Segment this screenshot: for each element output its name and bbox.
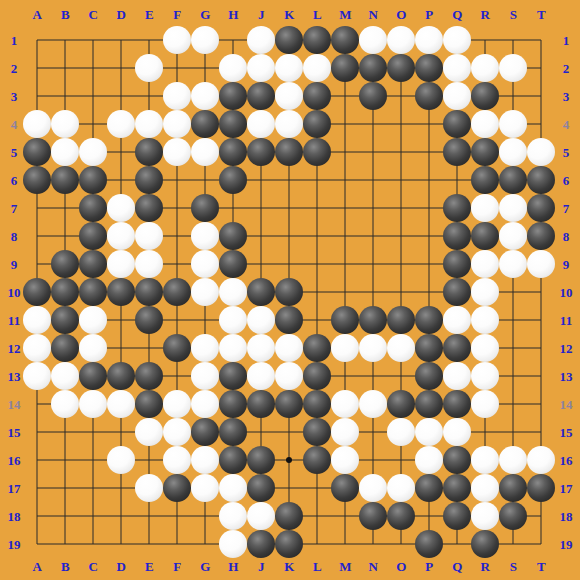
column-label-O-bottom: O — [396, 560, 406, 573]
star-point-K16 — [286, 457, 292, 463]
column-label-B-top: B — [61, 8, 70, 21]
row-label-2-right: 2 — [563, 62, 570, 75]
column-label-H-bottom: H — [228, 560, 238, 573]
row-label-8-right: 8 — [563, 230, 570, 243]
column-label-G-bottom: G — [200, 560, 210, 573]
row-label-3-left: 3 — [11, 90, 18, 103]
column-label-F-top: F — [173, 8, 181, 21]
column-label-J-top: J — [258, 8, 265, 21]
row-label-15-left: 15 — [8, 426, 21, 439]
row-label-17-right: 17 — [560, 482, 573, 495]
row-label-6-left: 6 — [11, 174, 18, 187]
row-label-12-right: 12 — [560, 342, 573, 355]
row-label-14-left: 14 — [8, 398, 21, 411]
column-label-A-top: A — [33, 8, 42, 21]
row-label-9-left: 9 — [11, 258, 18, 271]
row-label-17-left: 17 — [8, 482, 21, 495]
column-label-Q-top: Q — [452, 8, 462, 21]
column-label-T-top: T — [537, 8, 546, 21]
row-label-10-right: 10 — [560, 286, 573, 299]
column-label-K-bottom: K — [284, 560, 294, 573]
column-label-B-bottom: B — [61, 560, 70, 573]
column-label-T-bottom: T — [537, 560, 546, 573]
column-label-A-bottom: A — [33, 560, 42, 573]
row-label-10-left: 10 — [8, 286, 21, 299]
column-label-R-top: R — [481, 8, 490, 21]
column-label-C-bottom: C — [89, 560, 98, 573]
row-label-14-right: 14 — [560, 398, 573, 411]
row-label-19-left: 19 — [8, 538, 21, 551]
column-label-E-bottom: E — [145, 560, 154, 573]
row-label-3-right: 3 — [563, 90, 570, 103]
row-label-18-left: 18 — [8, 510, 21, 523]
column-label-M-bottom: M — [339, 560, 351, 573]
row-label-11-right: 11 — [560, 314, 572, 327]
column-label-R-bottom: R — [481, 560, 490, 573]
row-label-5-left: 5 — [11, 146, 18, 159]
column-label-E-top: E — [145, 8, 154, 21]
column-label-N-bottom: N — [369, 560, 378, 573]
column-label-F-bottom: F — [173, 560, 181, 573]
row-label-8-left: 8 — [11, 230, 18, 243]
column-label-S-bottom: S — [510, 560, 517, 573]
go-board-page: ABCDEFGHJKLMNOPQRST ABCDEFGHJKLMNOPQRST … — [0, 0, 580, 580]
column-label-P-bottom: P — [425, 560, 433, 573]
row-label-12-left: 12 — [8, 342, 21, 355]
row-label-11-left: 11 — [8, 314, 20, 327]
row-label-16-right: 16 — [560, 454, 573, 467]
column-label-G-top: G — [200, 8, 210, 21]
row-label-19-right: 19 — [560, 538, 573, 551]
go-board[interactable] — [23, 26, 555, 558]
row-label-13-right: 13 — [560, 370, 573, 383]
column-label-L-top: L — [313, 8, 322, 21]
row-label-1-left: 1 — [11, 34, 18, 47]
column-label-P-top: P — [425, 8, 433, 21]
row-label-7-right: 7 — [563, 202, 570, 215]
row-label-2-left: 2 — [11, 62, 18, 75]
row-label-1-right: 1 — [563, 34, 570, 47]
row-label-9-right: 9 — [563, 258, 570, 271]
row-label-13-left: 13 — [8, 370, 21, 383]
row-label-4-right: 4 — [563, 118, 570, 131]
row-label-4-left: 4 — [11, 118, 18, 131]
row-label-16-left: 16 — [8, 454, 21, 467]
row-label-6-right: 6 — [563, 174, 570, 187]
row-label-18-right: 18 — [560, 510, 573, 523]
column-label-Q-bottom: Q — [452, 560, 462, 573]
column-label-C-top: C — [89, 8, 98, 21]
column-label-O-top: O — [396, 8, 406, 21]
column-label-S-top: S — [510, 8, 517, 21]
row-label-7-left: 7 — [11, 202, 18, 215]
column-label-K-top: K — [284, 8, 294, 21]
column-label-N-top: N — [369, 8, 378, 21]
column-label-H-top: H — [228, 8, 238, 21]
row-label-5-right: 5 — [563, 146, 570, 159]
row-label-15-right: 15 — [560, 426, 573, 439]
column-label-L-bottom: L — [313, 560, 322, 573]
column-label-M-top: M — [339, 8, 351, 21]
column-label-D-bottom: D — [117, 560, 126, 573]
column-label-J-bottom: J — [258, 560, 265, 573]
column-label-D-top: D — [117, 8, 126, 21]
